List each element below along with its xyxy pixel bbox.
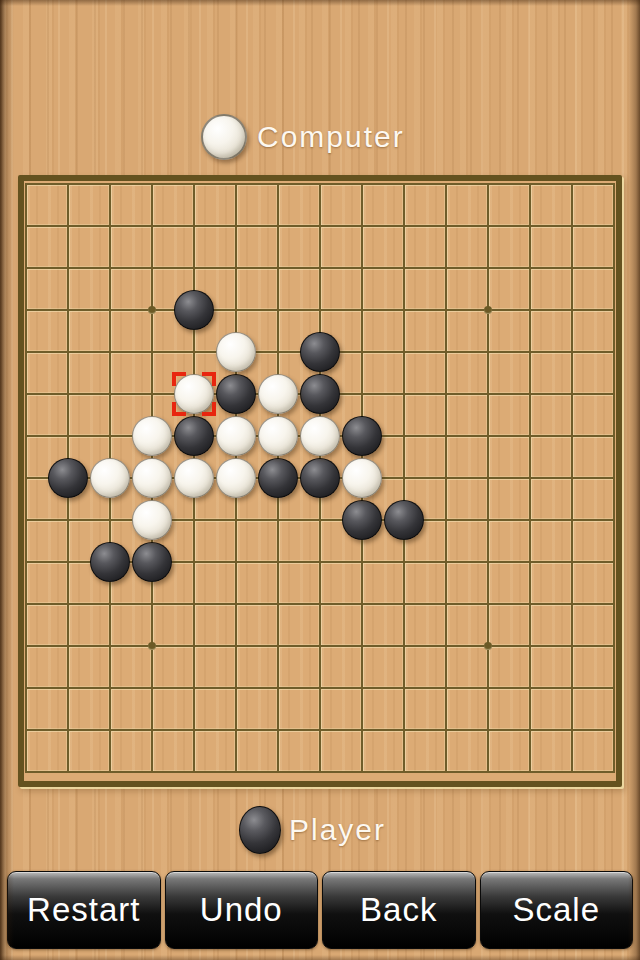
black-stone bbox=[258, 458, 298, 498]
black-stone-icon bbox=[239, 806, 281, 854]
black-stone bbox=[300, 458, 340, 498]
undo-button[interactable]: Undo bbox=[165, 871, 319, 949]
star-point bbox=[148, 642, 156, 650]
white-stone bbox=[174, 458, 214, 498]
star-point bbox=[484, 306, 492, 314]
white-stone bbox=[300, 416, 340, 456]
player-label: Player bbox=[289, 813, 386, 847]
black-stone bbox=[384, 500, 424, 540]
white-stone bbox=[132, 416, 172, 456]
star-point bbox=[148, 306, 156, 314]
white-stone bbox=[90, 458, 130, 498]
white-stone bbox=[216, 458, 256, 498]
white-stone bbox=[216, 416, 256, 456]
white-stone bbox=[216, 332, 256, 372]
white-stone bbox=[132, 500, 172, 540]
white-stone bbox=[258, 416, 298, 456]
black-stone bbox=[90, 542, 130, 582]
back-button[interactable]: Back bbox=[322, 871, 476, 949]
board-stones-overlay bbox=[25, 183, 615, 773]
restart-button[interactable]: Restart bbox=[7, 871, 161, 949]
black-stone bbox=[174, 290, 214, 330]
white-stone bbox=[132, 458, 172, 498]
computer-status: Computer bbox=[201, 114, 405, 160]
white-stone bbox=[258, 374, 298, 414]
computer-label: Computer bbox=[257, 120, 405, 154]
player-status: Player bbox=[239, 806, 386, 854]
white-stone bbox=[342, 458, 382, 498]
last-move-marker bbox=[172, 372, 216, 416]
white-stone-icon bbox=[201, 114, 247, 160]
black-stone bbox=[48, 458, 88, 498]
black-stone bbox=[300, 374, 340, 414]
black-stone bbox=[342, 500, 382, 540]
black-stone bbox=[342, 416, 382, 456]
star-point bbox=[484, 642, 492, 650]
black-stone bbox=[132, 542, 172, 582]
black-stone bbox=[300, 332, 340, 372]
scale-button[interactable]: Scale bbox=[480, 871, 634, 949]
black-stone bbox=[174, 416, 214, 456]
toolbar: Restart Undo Back Scale bbox=[7, 871, 633, 949]
gomoku-board[interactable] bbox=[18, 175, 622, 787]
black-stone bbox=[216, 374, 256, 414]
